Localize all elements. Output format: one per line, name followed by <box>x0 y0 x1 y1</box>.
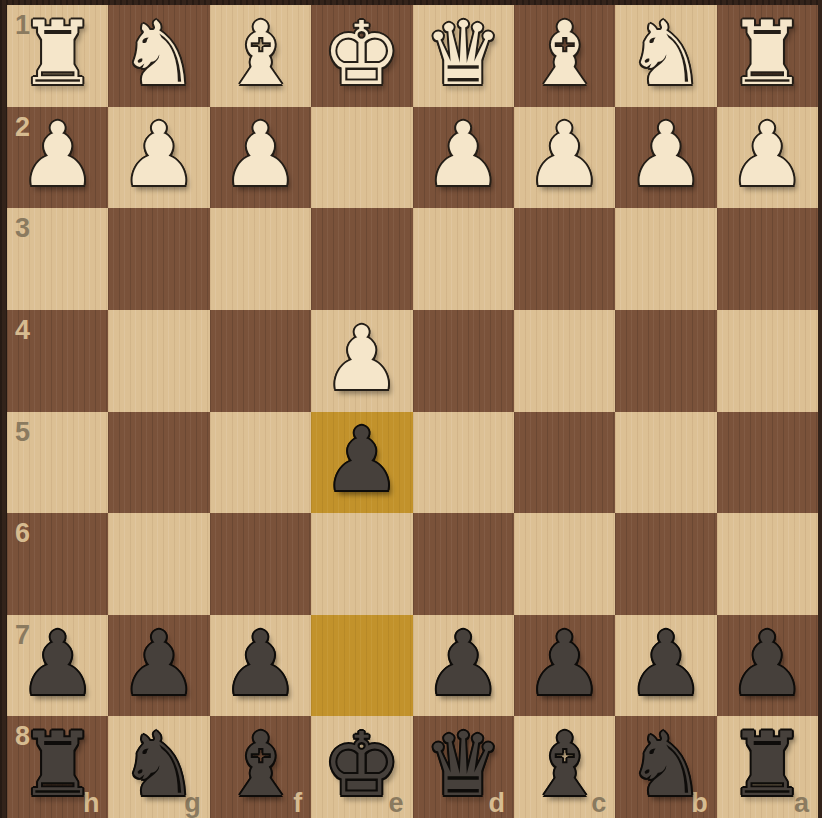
white-pawn-d2[interactable]: ♟ <box>424 111 503 199</box>
square-c6[interactable] <box>514 513 615 615</box>
square-e6[interactable] <box>311 513 412 615</box>
square-b2[interactable]: ♟ <box>615 107 716 209</box>
square-g1[interactable]: ♞ <box>108 5 209 107</box>
black-queen-d8[interactable]: ♛ <box>424 721 503 809</box>
square-f7[interactable]: ♟ <box>210 615 311 717</box>
square-a3[interactable] <box>717 208 818 310</box>
square-g6[interactable] <box>108 513 209 615</box>
square-d8[interactable]: d♛ <box>413 716 514 818</box>
square-h3[interactable]: 3 <box>7 208 108 310</box>
white-pawn-e4[interactable]: ♟ <box>322 315 401 403</box>
white-king-e1[interactable]: ♚ <box>322 10 401 98</box>
square-g5[interactable] <box>108 412 209 514</box>
square-c7[interactable]: ♟ <box>514 615 615 717</box>
square-f1[interactable]: ♝ <box>210 5 311 107</box>
square-d4[interactable] <box>413 310 514 412</box>
black-pawn-e5[interactable]: ♟ <box>322 416 401 504</box>
square-h7[interactable]: 7♟ <box>7 615 108 717</box>
black-rook-h8[interactable]: ♜ <box>18 721 97 809</box>
square-b5[interactable] <box>615 412 716 514</box>
black-knight-g8[interactable]: ♞ <box>120 721 199 809</box>
square-d7[interactable]: ♟ <box>413 615 514 717</box>
square-e7[interactable] <box>311 615 412 717</box>
chess-board-frame: 1♜♞♝♚♛♝♞♜2♟♟♟♟♟♟♟34♟5♟67♟♟♟♟♟♟♟8h♜g♞f♝e♚… <box>0 0 822 818</box>
white-queen-d1[interactable]: ♛ <box>424 10 503 98</box>
square-d3[interactable] <box>413 208 514 310</box>
rank-label-4: 4 <box>15 317 30 344</box>
white-knight-g1[interactable]: ♞ <box>120 10 199 98</box>
square-g3[interactable] <box>108 208 209 310</box>
square-c5[interactable] <box>514 412 615 514</box>
square-d6[interactable] <box>413 513 514 615</box>
square-a8[interactable]: a♜ <box>717 716 818 818</box>
square-a6[interactable] <box>717 513 818 615</box>
white-knight-b1[interactable]: ♞ <box>626 10 705 98</box>
rank-label-3: 3 <box>15 215 30 242</box>
square-a5[interactable] <box>717 412 818 514</box>
square-f4[interactable] <box>210 310 311 412</box>
square-c2[interactable]: ♟ <box>514 107 615 209</box>
rank-label-6: 6 <box>15 520 30 547</box>
square-g8[interactable]: g♞ <box>108 716 209 818</box>
square-d1[interactable]: ♛ <box>413 5 514 107</box>
white-rook-a1[interactable]: ♜ <box>728 10 807 98</box>
black-bishop-c8[interactable]: ♝ <box>525 721 604 809</box>
rank-label-5: 5 <box>15 419 30 446</box>
square-b6[interactable] <box>615 513 716 615</box>
white-pawn-f2[interactable]: ♟ <box>221 111 300 199</box>
black-rook-a8[interactable]: ♜ <box>728 721 807 809</box>
square-h2[interactable]: 2♟ <box>7 107 108 209</box>
square-b7[interactable]: ♟ <box>615 615 716 717</box>
square-c8[interactable]: c♝ <box>514 716 615 818</box>
square-a7[interactable]: ♟ <box>717 615 818 717</box>
white-pawn-b2[interactable]: ♟ <box>626 111 705 199</box>
black-bishop-f8[interactable]: ♝ <box>221 721 300 809</box>
white-pawn-g2[interactable]: ♟ <box>120 111 199 199</box>
white-pawn-h2[interactable]: ♟ <box>18 111 97 199</box>
square-c4[interactable] <box>514 310 615 412</box>
square-h1[interactable]: 1♜ <box>7 5 108 107</box>
black-pawn-b7[interactable]: ♟ <box>626 620 705 708</box>
square-a4[interactable] <box>717 310 818 412</box>
square-e4[interactable]: ♟ <box>311 310 412 412</box>
square-e3[interactable] <box>311 208 412 310</box>
square-a2[interactable]: ♟ <box>717 107 818 209</box>
square-g4[interactable] <box>108 310 209 412</box>
square-e2[interactable] <box>311 107 412 209</box>
black-pawn-f7[interactable]: ♟ <box>221 620 300 708</box>
square-f6[interactable] <box>210 513 311 615</box>
square-g2[interactable]: ♟ <box>108 107 209 209</box>
white-bishop-f1[interactable]: ♝ <box>221 10 300 98</box>
square-b8[interactable]: b♞ <box>615 716 716 818</box>
square-f2[interactable]: ♟ <box>210 107 311 209</box>
square-f8[interactable]: f♝ <box>210 716 311 818</box>
square-e5[interactable]: ♟ <box>311 412 412 514</box>
black-knight-b8[interactable]: ♞ <box>626 721 705 809</box>
black-king-e8[interactable]: ♚ <box>322 721 401 809</box>
square-e8[interactable]: e♚ <box>311 716 412 818</box>
square-f3[interactable] <box>210 208 311 310</box>
square-f5[interactable] <box>210 412 311 514</box>
black-pawn-d7[interactable]: ♟ <box>424 620 503 708</box>
black-pawn-h7[interactable]: ♟ <box>18 620 97 708</box>
chess-board: 1♜♞♝♚♛♝♞♜2♟♟♟♟♟♟♟34♟5♟67♟♟♟♟♟♟♟8h♜g♞f♝e♚… <box>7 5 818 818</box>
square-b1[interactable]: ♞ <box>615 5 716 107</box>
square-d5[interactable] <box>413 412 514 514</box>
white-rook-h1[interactable]: ♜ <box>18 10 97 98</box>
square-e1[interactable]: ♚ <box>311 5 412 107</box>
square-d2[interactable]: ♟ <box>413 107 514 209</box>
square-g7[interactable]: ♟ <box>108 615 209 717</box>
square-c1[interactable]: ♝ <box>514 5 615 107</box>
square-c3[interactable] <box>514 208 615 310</box>
square-h8[interactable]: 8h♜ <box>7 716 108 818</box>
black-pawn-g7[interactable]: ♟ <box>120 620 199 708</box>
black-pawn-a7[interactable]: ♟ <box>728 620 807 708</box>
white-bishop-c1[interactable]: ♝ <box>525 10 604 98</box>
square-a1[interactable]: ♜ <box>717 5 818 107</box>
square-h6[interactable]: 6 <box>7 513 108 615</box>
square-h5[interactable]: 5 <box>7 412 108 514</box>
black-pawn-c7[interactable]: ♟ <box>525 620 604 708</box>
square-b4[interactable] <box>615 310 716 412</box>
white-pawn-c2[interactable]: ♟ <box>525 111 604 199</box>
white-pawn-a2[interactable]: ♟ <box>728 111 807 199</box>
square-h4[interactable]: 4 <box>7 310 108 412</box>
square-b3[interactable] <box>615 208 716 310</box>
